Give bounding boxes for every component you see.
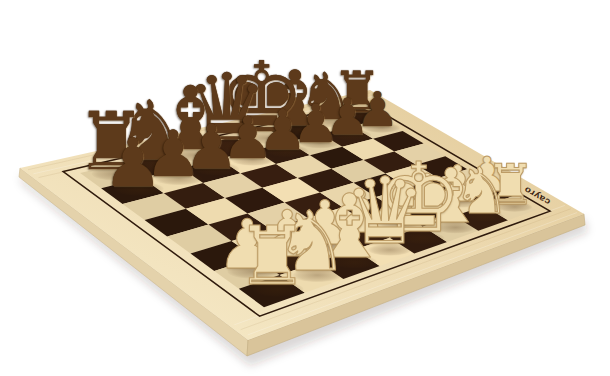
black-pawn[interactable]: ♟ [103,130,163,197]
chess-set-photo: cayro ♜♞♟♝♟♚♟♛♟♝♟♞♟♜♟♟♟♟♜♟♞♟♝♟♚♟♛♟♝♟♞♜ [0,0,610,376]
white-rook[interactable]: ♜ [236,216,309,297]
